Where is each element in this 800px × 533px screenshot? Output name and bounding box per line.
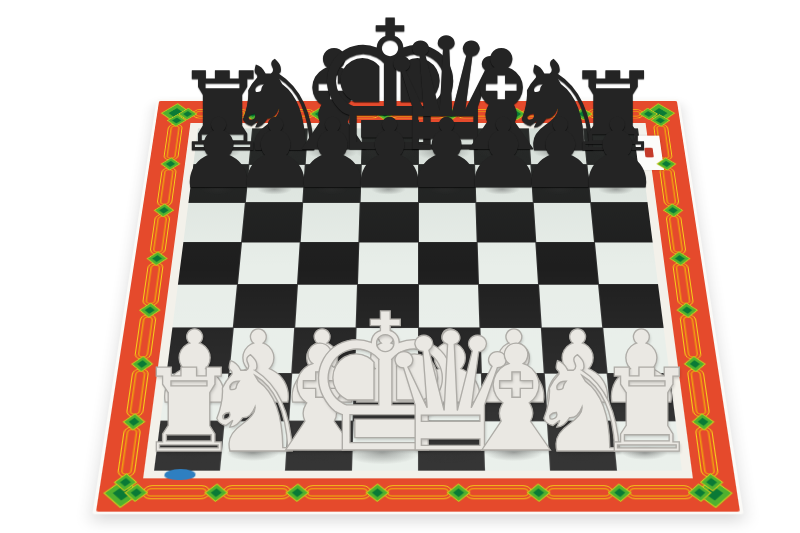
capsule-link-icon [163, 124, 183, 161]
capsule-link-icon [222, 485, 291, 499]
square-e7[interactable] [418, 165, 475, 202]
square-d7[interactable] [361, 165, 418, 202]
capsule-link-icon [544, 485, 613, 499]
capsule-link-icon [464, 485, 533, 499]
capsule-link-icon [117, 426, 142, 478]
green-diamond-icon [607, 483, 631, 502]
square-h2[interactable] [608, 373, 676, 420]
square-d8[interactable] [362, 128, 417, 164]
square-c8[interactable] [306, 128, 363, 164]
square-d5[interactable] [358, 243, 417, 284]
capsule-link-icon [324, 109, 380, 118]
square-f4[interactable] [479, 284, 541, 327]
capsule-link-icon [258, 109, 315, 118]
square-b1[interactable] [220, 421, 288, 470]
square-d4[interactable] [357, 284, 418, 327]
border-pattern-bottom [126, 476, 711, 509]
square-a6[interactable] [183, 203, 245, 242]
square-d6[interactable] [360, 203, 418, 242]
capsule-link-icon [142, 263, 164, 306]
square-e3[interactable] [419, 328, 481, 373]
square-h4[interactable] [599, 284, 664, 327]
square-e2[interactable] [419, 373, 482, 420]
square-c2[interactable] [290, 373, 355, 420]
square-c6[interactable] [301, 203, 360, 242]
square-c7[interactable] [303, 165, 361, 202]
square-g4[interactable] [539, 284, 602, 327]
square-e4[interactable] [419, 284, 480, 327]
square-c3[interactable] [293, 328, 356, 373]
square-g1[interactable] [548, 421, 616, 470]
square-c4[interactable] [295, 284, 357, 327]
square-f7[interactable] [475, 165, 533, 202]
square-c1[interactable] [286, 421, 353, 470]
square-a3[interactable] [167, 328, 233, 373]
capsule-link-icon [303, 485, 372, 499]
capsule-link-icon [141, 485, 211, 499]
capsule-link-icon [521, 109, 578, 118]
square-h7[interactable] [587, 165, 647, 202]
square-f3[interactable] [480, 328, 543, 373]
square-h6[interactable] [591, 203, 653, 242]
square-g8[interactable] [529, 128, 587, 164]
capsule-link-icon [625, 485, 695, 499]
square-a8[interactable] [193, 128, 252, 164]
capsule-link-icon [126, 368, 150, 417]
capsule-link-icon [134, 314, 157, 360]
square-f6[interactable] [476, 203, 535, 242]
square-h5[interactable] [595, 243, 658, 284]
square-a5[interactable] [178, 243, 241, 284]
capsule-link-icon [659, 168, 680, 207]
capsule-link-icon [192, 109, 249, 118]
capsule-link-icon [687, 368, 711, 417]
capsule-link-icon [384, 485, 452, 499]
square-g7[interactable] [531, 165, 590, 202]
square-e5[interactable] [418, 243, 477, 284]
square-e8[interactable] [418, 128, 473, 164]
capsule-link-icon [156, 168, 177, 207]
capsule-link-icon [679, 314, 702, 360]
square-g5[interactable] [536, 243, 598, 284]
square-b6[interactable] [242, 203, 302, 242]
square-h1[interactable] [612, 421, 682, 470]
square-a2[interactable] [160, 373, 228, 420]
squares-grid [154, 128, 682, 470]
square-h8[interactable] [584, 128, 643, 164]
square-e1[interactable] [419, 421, 484, 470]
green-diamond-icon [446, 483, 470, 502]
square-c5[interactable] [298, 243, 358, 284]
square-b2[interactable] [225, 373, 291, 420]
square-a1[interactable] [154, 421, 224, 470]
square-b5[interactable] [238, 243, 300, 284]
square-a4[interactable] [172, 284, 237, 327]
square-f1[interactable] [483, 421, 550, 470]
square-f5[interactable] [477, 243, 537, 284]
capsule-link-icon [587, 109, 644, 118]
green-diamond-icon [285, 483, 309, 502]
capsule-link-icon [456, 109, 512, 118]
square-d2[interactable] [354, 373, 417, 420]
border-pattern-top [179, 103, 657, 125]
square-a7[interactable] [188, 165, 248, 202]
square-f2[interactable] [482, 373, 547, 420]
capsule-link-icon [665, 214, 686, 255]
chess-set-photo: ♜♞♝♚♛♝♞♜♟♟♟♟♟♟♟♟♟♟♟♟♟♟♟♟♜♞♝♚♛♝♞♜ [0, 0, 800, 533]
capsule-link-icon [672, 263, 694, 306]
green-diamond-icon [662, 203, 682, 217]
square-e6[interactable] [418, 203, 476, 242]
square-g6[interactable] [534, 203, 594, 242]
chess-board [92, 99, 743, 514]
square-h3[interactable] [603, 328, 669, 373]
green-diamond-icon [676, 302, 698, 317]
square-f8[interactable] [474, 128, 531, 164]
capsule-link-icon [695, 426, 720, 478]
green-diamond-icon [205, 483, 229, 502]
square-d3[interactable] [356, 328, 418, 373]
square-b7[interactable] [246, 165, 305, 202]
square-g2[interactable] [545, 373, 611, 420]
square-b3[interactable] [230, 328, 295, 373]
square-g3[interactable] [542, 328, 607, 373]
capsule-link-icon [149, 214, 170, 255]
perspective-wrapper [0, 0, 800, 533]
square-d1[interactable] [352, 421, 417, 470]
square-b4[interactable] [234, 284, 297, 327]
blue-sticker [164, 469, 196, 480]
capsule-link-icon [390, 109, 446, 118]
square-b8[interactable] [250, 128, 308, 164]
